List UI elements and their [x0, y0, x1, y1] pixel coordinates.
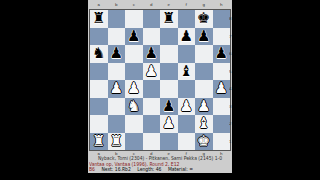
square-e5[interactable] [160, 63, 178, 81]
file-label-h: h [213, 151, 231, 156]
square-a7[interactable] [90, 28, 108, 46]
square-e3[interactable]: ♟ [160, 98, 178, 116]
black-pawn: ♟ [215, 45, 228, 63]
square-f3[interactable]: ♟ [178, 98, 196, 116]
white-pawn: ♟ [145, 63, 158, 81]
square-h7[interactable] [213, 28, 231, 46]
white-pawn: ♟ [197, 98, 210, 116]
file-label-e: e [160, 151, 178, 156]
square-b6[interactable]: ♟ [108, 45, 126, 63]
square-d5[interactable]: ♟ [143, 63, 161, 81]
square-h1[interactable] [213, 133, 231, 151]
square-e1[interactable] [160, 133, 178, 151]
square-b5[interactable] [108, 63, 126, 81]
square-b8[interactable] [108, 10, 126, 28]
file-label-d: d [143, 151, 161, 156]
square-f4[interactable] [178, 80, 196, 98]
square-f2[interactable] [178, 115, 196, 133]
status-length: Length: 46 [137, 167, 161, 172]
rank-label-5: 5 [229, 63, 232, 81]
square-d1[interactable] [143, 133, 161, 151]
square-d7[interactable] [143, 28, 161, 46]
square-g5[interactable] [195, 63, 213, 81]
black-knight: ♞ [92, 45, 105, 63]
white-knight: ♞ [127, 98, 140, 116]
black-bishop: ♝ [180, 63, 193, 81]
black-pawn: ♟ [197, 28, 210, 46]
square-g4[interactable] [195, 80, 213, 98]
square-c7[interactable]: ♟ [125, 28, 143, 46]
square-g3[interactable]: ♟ [195, 98, 213, 116]
file-label-e: e [160, 2, 178, 7]
square-a1[interactable]: ♜ [90, 133, 108, 151]
square-h6[interactable]: ♟ [213, 45, 231, 63]
square-d2[interactable] [143, 115, 161, 133]
square-c8[interactable] [125, 10, 143, 28]
square-a4[interactable] [90, 80, 108, 98]
square-c4[interactable]: ♟ [125, 80, 143, 98]
letterbox-left [0, 0, 88, 180]
square-b4[interactable]: ♟ [108, 80, 126, 98]
black-pawn: ♟ [180, 28, 193, 46]
file-label-f: f [178, 151, 196, 156]
square-b2[interactable] [108, 115, 126, 133]
file-label-h: h [213, 2, 231, 7]
square-c1[interactable] [125, 133, 143, 151]
white-pawn: ♟ [162, 115, 175, 133]
square-c2[interactable] [125, 115, 143, 133]
status-line: B6 Next: 16.Rb2 Length: 46 Material: = [89, 167, 198, 172]
white-pawn: ♟ [215, 80, 228, 98]
square-e4[interactable] [160, 80, 178, 98]
square-e7[interactable] [160, 28, 178, 46]
players-line: Nyback, Tomi (2304) - Pitkanen, Sami Pek… [88, 156, 232, 161]
rank-label-2: 2 [229, 115, 232, 133]
file-label-g: g [195, 2, 213, 7]
square-f8[interactable] [178, 10, 196, 28]
white-pawn: ♟ [180, 98, 193, 116]
square-a3[interactable] [90, 98, 108, 116]
white-pawn: ♟ [127, 80, 140, 98]
black-pawn: ♟ [110, 45, 123, 63]
square-b7[interactable] [108, 28, 126, 46]
square-d4[interactable] [143, 80, 161, 98]
square-a2[interactable] [90, 115, 108, 133]
square-a8[interactable]: ♜ [90, 10, 108, 28]
square-f1[interactable] [178, 133, 196, 151]
white-pawn: ♟ [110, 80, 123, 98]
square-b1[interactable]: ♜ [108, 133, 126, 151]
square-g8[interactable]: ♚ [195, 10, 213, 28]
square-d6[interactable]: ♟ [143, 45, 161, 63]
file-label-b: b [108, 2, 126, 7]
rank-label-3: 3 [229, 98, 232, 116]
square-d3[interactable] [143, 98, 161, 116]
square-g2[interactable]: ♝ [195, 115, 213, 133]
square-f7[interactable]: ♟ [178, 28, 196, 46]
square-f6[interactable] [178, 45, 196, 63]
square-e6[interactable] [160, 45, 178, 63]
square-d8[interactable] [143, 10, 161, 28]
status-material: Material: = [168, 167, 193, 172]
square-g7[interactable]: ♟ [195, 28, 213, 46]
file-label-g: g [195, 151, 213, 156]
square-b3[interactable] [108, 98, 126, 116]
white-rook: ♜ [110, 133, 123, 151]
file-label-b: b [108, 151, 126, 156]
file-label-d: d [143, 2, 161, 7]
file-labels-top: abcdefgh [90, 2, 230, 7]
white-bishop: ♝ [197, 115, 210, 133]
square-h3[interactable] [213, 98, 231, 116]
square-h4[interactable]: ♟ [213, 80, 231, 98]
letterbox-right [232, 0, 320, 180]
square-e2[interactable]: ♟ [160, 115, 178, 133]
square-c3[interactable]: ♞ [125, 98, 143, 116]
black-pawn: ♟ [162, 98, 175, 116]
file-label-f: f [178, 2, 196, 7]
square-c6[interactable] [125, 45, 143, 63]
rank-label-4: 4 [229, 80, 232, 98]
rank-labels-right: 87654321 [229, 10, 232, 150]
black-pawn: ♟ [127, 28, 140, 46]
file-labels-bottom: abcdefgh [90, 151, 230, 156]
square-a6[interactable]: ♞ [90, 45, 108, 63]
file-label-a: a [90, 2, 108, 7]
chess-panel: abcdefgh ♜♜♚♟♟♟♞♟♟♟♟♝♟♟♟♞♟♟♟♟♝♜♜♚ 876543… [88, 0, 232, 173]
square-c5[interactable] [125, 63, 143, 81]
square-e8[interactable]: ♜ [160, 10, 178, 28]
black-rook: ♜ [92, 10, 105, 28]
status-last: B6 [89, 167, 95, 172]
status-next-move: Next: 16.Rb2 [101, 167, 130, 172]
square-f5[interactable]: ♝ [178, 63, 196, 81]
chess-board: ♜♜♚♟♟♟♞♟♟♟♟♝♟♟♟♞♟♟♟♟♝♜♜♚ [89, 9, 231, 151]
rank-label-8: 8 [229, 10, 232, 28]
rank-label-7: 7 [229, 28, 232, 46]
file-label-a: a [90, 151, 108, 156]
rank-label-1: 1 [229, 133, 232, 151]
black-king: ♚ [197, 10, 210, 28]
white-king: ♚ [197, 133, 210, 151]
square-g6[interactable] [195, 45, 213, 63]
square-g1[interactable]: ♚ [195, 133, 213, 151]
rank-label-6: 6 [229, 45, 232, 63]
white-rook: ♜ [92, 133, 105, 151]
file-label-c: c [125, 2, 143, 7]
square-h2[interactable] [213, 115, 231, 133]
square-h5[interactable] [213, 63, 231, 81]
square-a5[interactable] [90, 63, 108, 81]
square-h8[interactable] [213, 10, 231, 28]
file-label-c: c [125, 151, 143, 156]
black-rook: ♜ [162, 10, 175, 28]
black-pawn: ♟ [145, 45, 158, 63]
